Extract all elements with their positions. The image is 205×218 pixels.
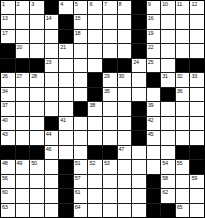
black-square <box>16 59 30 72</box>
white-square[interactable] <box>118 189 132 202</box>
clue-number: 29 <box>104 73 110 79</box>
white-square[interactable] <box>118 175 132 188</box>
white-square[interactable]: 56 <box>1 175 15 188</box>
clue-number: 9 <box>148 1 151 7</box>
black-square <box>132 117 146 130</box>
white-square[interactable] <box>16 131 30 144</box>
clue-number: 2 <box>17 1 20 7</box>
white-square[interactable]: 61 <box>74 189 88 202</box>
white-square[interactable]: 6 <box>88 1 102 14</box>
white-square[interactable] <box>30 117 44 130</box>
white-square[interactable] <box>30 204 44 217</box>
white-square[interactable] <box>88 15 102 28</box>
black-square <box>147 204 161 217</box>
white-square[interactable] <box>30 30 44 43</box>
white-square[interactable] <box>74 146 88 159</box>
white-square[interactable] <box>45 160 59 173</box>
clue-number: 62 <box>162 189 168 195</box>
white-square[interactable]: 52 <box>88 160 102 173</box>
white-square[interactable] <box>59 146 73 159</box>
white-square[interactable] <box>30 189 44 202</box>
white-square[interactable]: 8 <box>118 1 132 14</box>
white-square[interactable] <box>118 44 132 57</box>
clue-number: 54 <box>162 160 168 166</box>
black-square <box>30 59 44 72</box>
clue-number: 48 <box>2 160 8 166</box>
black-square <box>103 146 117 159</box>
white-square[interactable] <box>16 102 30 115</box>
white-square[interactable] <box>190 102 204 115</box>
white-square[interactable]: 37 <box>1 102 15 115</box>
white-square[interactable] <box>190 15 204 28</box>
white-square[interactable] <box>118 117 132 130</box>
white-square[interactable]: 10 <box>161 1 175 14</box>
clue-number: 10 <box>162 1 168 7</box>
black-square <box>190 59 204 72</box>
white-square[interactable] <box>190 30 204 43</box>
white-square[interactable] <box>59 131 73 144</box>
white-square[interactable] <box>132 146 146 159</box>
clue-number: 34 <box>2 88 8 94</box>
black-square <box>118 59 132 72</box>
clue-number: 43 <box>2 131 8 137</box>
clue-number: 30 <box>119 73 125 79</box>
white-square[interactable] <box>103 102 117 115</box>
black-square <box>132 30 146 43</box>
white-square[interactable] <box>16 15 30 28</box>
clue-number: 56 <box>2 175 8 181</box>
white-square[interactable] <box>30 15 44 28</box>
clue-number: 12 <box>191 1 197 7</box>
white-square[interactable] <box>190 131 204 144</box>
white-square[interactable] <box>30 44 44 57</box>
white-square[interactable] <box>45 44 59 57</box>
black-square <box>190 160 204 173</box>
white-square[interactable]: 19 <box>147 30 161 43</box>
white-square[interactable]: 26 <box>1 73 15 86</box>
white-square[interactable]: 28 <box>30 73 44 86</box>
white-square[interactable]: 41 <box>59 117 73 130</box>
white-square[interactable] <box>147 88 161 101</box>
black-square <box>59 204 73 217</box>
white-square[interactable]: 27 <box>16 73 30 86</box>
black-square <box>59 175 73 188</box>
white-square[interactable]: 46 <box>45 146 59 159</box>
white-square[interactable] <box>190 88 204 101</box>
white-square[interactable]: 4 <box>59 1 73 14</box>
white-square[interactable]: 2 <box>16 1 30 14</box>
white-square[interactable] <box>30 131 44 144</box>
white-square[interactable] <box>118 131 132 144</box>
white-square[interactable]: 40 <box>1 117 15 130</box>
white-square[interactable] <box>161 44 175 57</box>
clue-number: 20 <box>17 44 23 50</box>
white-square[interactable] <box>161 131 175 144</box>
white-square[interactable] <box>30 102 44 115</box>
black-square <box>132 15 146 28</box>
white-square[interactable]: 45 <box>147 131 161 144</box>
clue-number: 23 <box>46 59 52 65</box>
clue-number: 61 <box>75 189 81 195</box>
white-square[interactable]: 20 <box>16 44 30 57</box>
clue-number: 45 <box>148 131 154 137</box>
white-square[interactable] <box>176 189 190 202</box>
white-square[interactable] <box>45 175 59 188</box>
white-square[interactable] <box>74 88 88 101</box>
clue-number: 26 <box>2 73 8 79</box>
white-square[interactable]: 12 <box>190 1 204 14</box>
white-square[interactable] <box>74 59 88 72</box>
white-square[interactable] <box>16 189 30 202</box>
white-square[interactable] <box>103 204 117 217</box>
white-square[interactable]: 33 <box>190 73 204 86</box>
white-square[interactable] <box>103 131 117 144</box>
white-square[interactable] <box>118 15 132 28</box>
clue-number: 24 <box>133 59 139 65</box>
black-square <box>1 59 15 72</box>
white-square[interactable] <box>132 204 146 217</box>
white-square[interactable]: 39 <box>147 102 161 115</box>
clue-number: 33 <box>191 73 197 79</box>
white-square[interactable] <box>16 204 30 217</box>
white-square[interactable] <box>132 88 146 101</box>
clue-number: 5 <box>75 1 78 7</box>
black-square <box>161 88 175 101</box>
white-square[interactable] <box>45 204 59 217</box>
white-square[interactable]: 54 <box>161 160 175 173</box>
white-square[interactable] <box>176 131 190 144</box>
white-square[interactable] <box>118 30 132 43</box>
white-square[interactable]: 31 <box>161 73 175 86</box>
white-square[interactable] <box>147 146 161 159</box>
white-square[interactable]: 21 <box>59 44 73 57</box>
clue-number: 17 <box>2 30 8 36</box>
white-square[interactable] <box>132 73 146 86</box>
white-square[interactable]: 23 <box>45 59 59 72</box>
black-square <box>59 160 73 173</box>
white-square[interactable]: 1 <box>1 1 15 14</box>
white-square[interactable]: 55 <box>176 160 190 173</box>
white-square[interactable] <box>118 88 132 101</box>
white-square[interactable]: 29 <box>103 73 117 86</box>
white-square[interactable]: 35 <box>103 88 117 101</box>
clue-number: 53 <box>104 160 110 166</box>
white-square[interactable] <box>16 88 30 101</box>
white-square[interactable] <box>176 102 190 115</box>
white-square[interactable]: 43 <box>1 131 15 144</box>
white-square[interactable] <box>30 175 44 188</box>
black-square <box>16 146 30 159</box>
white-square[interactable] <box>190 189 204 202</box>
clue-number: 27 <box>17 73 23 79</box>
white-square[interactable]: 48 <box>1 160 15 173</box>
clue-number: 31 <box>162 73 168 79</box>
clue-number: 37 <box>2 102 8 108</box>
clue-number: 18 <box>75 30 81 36</box>
black-square <box>190 146 204 159</box>
clue-number: 65 <box>177 204 183 210</box>
clue-number: 49 <box>17 160 23 166</box>
white-square[interactable]: 60 <box>1 189 15 202</box>
white-square[interactable]: 50 <box>30 160 44 173</box>
white-square[interactable] <box>59 59 73 72</box>
black-square <box>132 102 146 115</box>
white-square[interactable] <box>161 102 175 115</box>
white-square[interactable] <box>161 15 175 28</box>
white-square[interactable] <box>190 44 204 57</box>
black-square <box>88 73 102 86</box>
clue-number: 8 <box>119 1 122 7</box>
black-square <box>59 30 73 43</box>
white-square[interactable] <box>103 15 117 28</box>
black-square <box>30 146 44 159</box>
white-square[interactable]: 51 <box>74 160 88 173</box>
white-square[interactable]: 9 <box>147 1 161 14</box>
white-square[interactable]: 59 <box>190 175 204 188</box>
black-square <box>147 189 161 202</box>
white-square[interactable] <box>103 30 117 43</box>
clue-number: 13 <box>2 15 8 21</box>
white-square[interactable]: 44 <box>45 131 59 144</box>
white-square[interactable] <box>118 102 132 115</box>
white-square[interactable]: 25 <box>147 59 161 72</box>
black-square <box>132 131 146 144</box>
white-square[interactable]: 16 <box>147 15 161 28</box>
clue-number: 57 <box>75 175 81 181</box>
clue-number: 11 <box>177 1 182 7</box>
black-square <box>176 146 190 159</box>
black-square <box>45 1 59 14</box>
white-square[interactable] <box>161 30 175 43</box>
white-square[interactable]: 14 <box>45 15 59 28</box>
white-square[interactable] <box>161 146 175 159</box>
white-square[interactable]: 62 <box>161 189 175 202</box>
white-square[interactable] <box>88 59 102 72</box>
clue-number: 46 <box>46 146 52 152</box>
crossword-grid: 1234567891011121314151617181920212223242… <box>0 0 205 218</box>
clue-number: 40 <box>2 117 8 123</box>
black-square <box>74 102 88 115</box>
white-square[interactable]: 49 <box>16 160 30 173</box>
black-square <box>59 15 73 28</box>
white-square[interactable]: 63 <box>1 204 15 217</box>
black-square <box>132 1 146 14</box>
white-square[interactable] <box>88 189 102 202</box>
clue-number: 6 <box>89 1 92 7</box>
white-square[interactable] <box>147 160 161 173</box>
white-square[interactable] <box>176 117 190 130</box>
white-square[interactable] <box>88 44 102 57</box>
white-square[interactable] <box>190 117 204 130</box>
clue-number: 14 <box>46 15 52 21</box>
white-square[interactable] <box>74 73 88 86</box>
white-square[interactable]: 24 <box>132 59 146 72</box>
white-square[interactable] <box>176 44 190 57</box>
clue-number: 55 <box>177 160 183 166</box>
clue-number: 58 <box>162 175 168 181</box>
black-square <box>45 117 59 130</box>
white-square[interactable] <box>74 131 88 144</box>
white-square[interactable] <box>103 117 117 130</box>
white-square[interactable] <box>161 59 175 72</box>
white-square[interactable]: 22 <box>147 44 161 57</box>
clue-number: 22 <box>148 44 154 50</box>
white-square[interactable]: 3 <box>30 1 44 14</box>
white-square[interactable]: 38 <box>88 102 102 115</box>
clue-number: 19 <box>148 30 154 36</box>
white-square[interactable] <box>118 204 132 217</box>
white-square[interactable]: 64 <box>74 204 88 217</box>
white-square[interactable] <box>45 102 59 115</box>
white-square[interactable]: 30 <box>118 73 132 86</box>
white-square[interactable]: 32 <box>176 73 190 86</box>
white-square[interactable] <box>45 30 59 43</box>
white-square[interactable] <box>16 30 30 43</box>
white-square[interactable] <box>45 88 59 101</box>
clue-number: 38 <box>89 102 95 108</box>
clue-number: 16 <box>148 15 154 21</box>
white-square[interactable] <box>30 88 44 101</box>
clue-number: 7 <box>104 1 107 7</box>
black-square <box>132 44 146 57</box>
white-square[interactable] <box>45 73 59 86</box>
clue-number: 60 <box>2 189 8 195</box>
white-square[interactable] <box>176 175 190 188</box>
white-square[interactable] <box>45 189 59 202</box>
white-square[interactable]: 34 <box>1 88 15 101</box>
white-square[interactable]: 58 <box>161 175 175 188</box>
white-square[interactable] <box>88 117 102 130</box>
white-square[interactable]: 42 <box>147 117 161 130</box>
clue-number: 35 <box>104 88 110 94</box>
black-square <box>161 204 175 217</box>
clue-number: 51 <box>75 160 81 166</box>
white-square[interactable] <box>103 175 117 188</box>
white-square[interactable]: 5 <box>74 1 88 14</box>
white-square[interactable] <box>59 102 73 115</box>
white-square[interactable] <box>118 160 132 173</box>
white-square[interactable] <box>176 15 190 28</box>
white-square[interactable]: 7 <box>103 1 117 14</box>
white-square[interactable] <box>59 88 73 101</box>
clue-number: 64 <box>75 204 81 210</box>
white-square[interactable] <box>190 204 204 217</box>
white-square[interactable]: 65 <box>176 204 190 217</box>
clue-number: 50 <box>31 160 37 166</box>
white-square[interactable] <box>88 131 102 144</box>
clue-number: 1 <box>2 1 5 7</box>
clue-number: 15 <box>75 15 81 21</box>
black-square <box>88 146 102 159</box>
white-square[interactable] <box>16 117 30 130</box>
black-square <box>176 59 190 72</box>
white-square[interactable]: 47 <box>118 146 132 159</box>
white-square[interactable]: 11 <box>176 1 190 14</box>
clue-number: 3 <box>31 1 34 7</box>
clue-number: 21 <box>60 44 66 50</box>
white-square[interactable]: 13 <box>1 15 15 28</box>
black-square <box>59 189 73 202</box>
clue-number: 41 <box>60 117 66 123</box>
white-square[interactable] <box>132 189 146 202</box>
white-square[interactable] <box>132 175 146 188</box>
clue-number: 63 <box>2 204 8 210</box>
white-square[interactable]: 36 <box>176 88 190 101</box>
black-square <box>147 175 161 188</box>
white-square[interactable] <box>88 204 102 217</box>
white-square[interactable] <box>16 175 30 188</box>
white-square[interactable]: 15 <box>74 15 88 28</box>
clue-number: 42 <box>148 117 154 123</box>
white-square[interactable] <box>132 160 146 173</box>
white-square[interactable]: 18 <box>74 30 88 43</box>
black-square <box>103 59 117 72</box>
white-square[interactable] <box>88 30 102 43</box>
clue-number: 28 <box>31 73 37 79</box>
clue-number: 44 <box>46 131 52 137</box>
white-square[interactable] <box>74 44 88 57</box>
clue-number: 4 <box>60 1 63 7</box>
white-square[interactable]: 53 <box>103 160 117 173</box>
clue-number: 52 <box>89 160 95 166</box>
white-square[interactable] <box>161 117 175 130</box>
white-square[interactable] <box>103 189 117 202</box>
white-square[interactable] <box>103 44 117 57</box>
clue-number: 36 <box>177 88 183 94</box>
white-square[interactable]: 57 <box>74 175 88 188</box>
white-square[interactable] <box>176 30 190 43</box>
clue-number: 32 <box>177 73 183 79</box>
clue-number: 47 <box>119 146 125 152</box>
black-square <box>1 146 15 159</box>
clue-number: 39 <box>148 102 154 108</box>
white-square[interactable] <box>88 175 102 188</box>
white-square[interactable] <box>59 73 73 86</box>
white-square[interactable] <box>74 117 88 130</box>
black-square <box>147 73 161 86</box>
clue-number: 25 <box>148 59 154 65</box>
black-square <box>1 44 15 57</box>
black-square <box>88 88 102 101</box>
white-square[interactable]: 17 <box>1 30 15 43</box>
clue-number: 59 <box>191 175 197 181</box>
